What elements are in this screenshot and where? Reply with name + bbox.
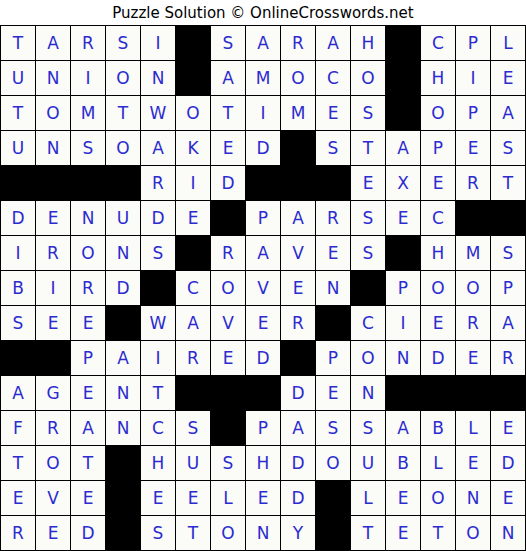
letter-cell: O [211,516,245,550]
letter-cell: P [316,341,350,375]
letter-cell: S [351,411,385,445]
letter-cell: I [71,61,105,95]
letter-cell: D [106,271,140,305]
letter-cell: E [386,481,420,515]
letter-cell: R [316,201,350,235]
letter-cell: W [141,96,175,130]
letter-cell: T [491,166,525,200]
letter-cell: R [1,516,35,550]
letter-cell: H [351,26,385,60]
letter-cell: D [491,446,525,480]
letter-cell: N [246,516,280,550]
block-cell [211,201,245,235]
letter-cell: E [71,376,105,410]
letter-cell: E [386,516,420,550]
letter-cell: E [71,306,105,340]
letter-cell: N [386,341,420,375]
block-cell [386,236,420,270]
letter-cell: V [246,271,280,305]
letter-cell: C [176,271,210,305]
letter-cell: U [106,201,140,235]
letter-cell: A [246,236,280,270]
block-cell [36,341,70,375]
letter-cell: K [176,131,210,165]
letter-cell: A [1,376,35,410]
letter-cell: R [211,236,245,270]
letter-cell: A [141,131,175,165]
letter-cell: T [141,376,175,410]
letter-cell: D [1,201,35,235]
letter-cell: O [281,61,315,95]
letter-cell: L [421,446,455,480]
letter-cell: O [351,61,385,95]
letter-cell: N [106,236,140,270]
header: Puzzle Solution © OnlineCrosswords.net [0,0,526,25]
letter-cell: S [176,411,210,445]
letter-cell: T [1,446,35,480]
letter-cell: M [71,96,105,130]
puzzle-solution-page: Puzzle Solution © OnlineCrosswords.net T… [0,0,526,551]
block-cell [386,26,420,60]
letter-cell: I [141,341,175,375]
letter-cell: H [421,61,455,95]
letter-cell: R [456,306,490,340]
letter-cell: O [106,61,140,95]
block-cell [351,271,385,305]
letter-cell: A [71,411,105,445]
letter-cell: E [421,166,455,200]
letter-cell: O [316,446,350,480]
letter-cell: U [1,131,35,165]
letter-cell: O [421,96,455,130]
block-cell [386,376,420,410]
block-cell [141,271,175,305]
letter-cell: H [141,446,175,480]
crossword-grid: TARSISARAHCPLUNIONAMOCOHIETOMTWOTIMESOPA… [0,25,526,551]
block-cell [1,166,35,200]
block-cell [386,96,420,130]
letter-cell: E [36,306,70,340]
letter-cell: O [421,481,455,515]
letter-cell: L [456,411,490,445]
letter-cell: E [386,201,420,235]
block-cell [36,166,70,200]
letter-cell: V [36,481,70,515]
block-cell [316,516,350,550]
letter-cell: M [246,61,280,95]
letter-cell: D [211,166,245,200]
letter-cell: D [141,201,175,235]
letter-cell: O [211,271,245,305]
letter-cell: M [281,96,315,130]
letter-cell: E [211,131,245,165]
letter-cell: A [176,306,210,340]
letter-cell: P [456,96,490,130]
letter-cell: T [351,131,385,165]
block-cell [456,376,490,410]
block-cell [106,481,140,515]
letter-cell: U [351,446,385,480]
letter-cell: P [491,271,525,305]
letter-cell: D [246,341,280,375]
letter-cell: E [211,341,245,375]
letter-cell: X [386,166,420,200]
letter-cell: E [71,481,105,515]
letter-cell: E [491,61,525,95]
letter-cell: O [456,271,490,305]
letter-cell: E [246,306,280,340]
letter-cell: D [281,376,315,410]
letter-cell: V [281,236,315,270]
letter-cell: U [176,446,210,480]
letter-cell: N [491,516,525,550]
letter-cell: O [421,271,455,305]
block-cell [316,166,350,200]
block-cell [316,306,350,340]
letter-cell: E [281,271,315,305]
letter-cell: A [386,411,420,445]
letter-cell: D [246,131,280,165]
letter-cell: R [281,306,315,340]
letter-cell: O [36,446,70,480]
letter-cell: P [71,341,105,375]
block-cell [106,446,140,480]
letter-cell: V [211,306,245,340]
block-cell [176,26,210,60]
letter-cell: M [456,236,490,270]
letter-cell: A [281,411,315,445]
letter-cell: C [421,26,455,60]
letter-cell: E [491,481,525,515]
block-cell [1,341,35,375]
block-cell [281,131,315,165]
letter-cell: R [176,341,210,375]
letter-cell: I [176,166,210,200]
letter-cell: F [1,411,35,445]
letter-cell: P [456,26,490,60]
letter-cell: G [36,376,70,410]
letter-cell: E [36,201,70,235]
letter-cell: P [421,131,455,165]
letter-cell: N [456,481,490,515]
letter-cell: T [1,26,35,60]
letter-cell: S [491,236,525,270]
letter-cell: S [141,516,175,550]
letter-cell: U [1,61,35,95]
letter-cell: A [316,26,350,60]
letter-cell: I [456,61,490,95]
letter-cell: S [491,131,525,165]
letter-cell: S [106,26,140,60]
block-cell [281,341,315,375]
letter-cell: I [141,26,175,60]
letter-cell: T [351,516,385,550]
letter-cell: R [36,236,70,270]
letter-cell: N [316,271,350,305]
letter-cell: E [176,481,210,515]
letter-cell: I [386,306,420,340]
letter-cell: S [316,131,350,165]
letter-cell: I [36,271,70,305]
letter-cell: O [456,516,490,550]
letter-cell: E [36,516,70,550]
letter-cell: E [316,376,350,410]
letter-cell: B [386,446,420,480]
letter-cell: T [106,96,140,130]
letter-cell: H [421,236,455,270]
letter-cell: A [106,341,140,375]
letter-cell: R [456,166,490,200]
letter-cell: P [246,201,280,235]
block-cell [281,166,315,200]
block-cell [246,166,280,200]
letter-cell: N [141,61,175,95]
block-cell [421,376,455,410]
letter-cell: S [351,236,385,270]
letter-cell: I [246,96,280,130]
letter-cell: A [491,306,525,340]
letter-cell: S [316,411,350,445]
letter-cell: P [386,271,420,305]
letter-cell: E [456,446,490,480]
block-cell [176,236,210,270]
block-cell [456,201,490,235]
letter-cell: N [36,131,70,165]
letter-cell: O [351,341,385,375]
letter-cell: E [456,341,490,375]
letter-cell: R [71,26,105,60]
letter-cell: R [141,166,175,200]
letter-cell: E [456,131,490,165]
letter-cell: C [421,201,455,235]
block-cell [246,376,280,410]
letter-cell: R [281,26,315,60]
block-cell [491,201,525,235]
letter-cell: I [1,236,35,270]
letter-cell: C [316,61,350,95]
block-cell [106,516,140,550]
letter-cell: N [351,376,385,410]
letter-cell: T [71,446,105,480]
block-cell [106,306,140,340]
letter-cell: A [246,26,280,60]
letter-cell: S [351,201,385,235]
letter-cell: E [316,236,350,270]
page-title: Puzzle Solution © OnlineCrosswords.net [112,4,413,22]
letter-cell: A [281,201,315,235]
letter-cell: O [71,236,105,270]
letter-cell: O [36,96,70,130]
letter-cell: O [106,131,140,165]
letter-cell: A [386,131,420,165]
letter-cell: H [246,446,280,480]
letter-cell: D [281,481,315,515]
block-cell [316,481,350,515]
letter-cell: E [316,96,350,130]
block-cell [176,376,210,410]
letter-cell: E [246,481,280,515]
letter-cell: Y [281,516,315,550]
letter-cell: L [491,26,525,60]
letter-cell: N [36,61,70,95]
letter-cell: O [176,96,210,130]
letter-cell: S [141,236,175,270]
letter-cell: W [141,306,175,340]
letter-cell: D [281,446,315,480]
letter-cell: A [36,26,70,60]
block-cell [106,166,140,200]
letter-cell: E [1,481,35,515]
letter-cell: S [211,26,245,60]
block-cell [491,376,525,410]
letter-cell: E [421,306,455,340]
letter-cell: L [211,481,245,515]
letter-cell: T [421,516,455,550]
letter-cell: N [106,376,140,410]
letter-cell: C [141,411,175,445]
letter-cell: S [71,131,105,165]
letter-cell: D [71,516,105,550]
block-cell [386,61,420,95]
letter-cell: P [246,411,280,445]
letter-cell: T [211,96,245,130]
letter-cell: L [351,481,385,515]
letter-cell: S [211,446,245,480]
block-cell [211,411,245,445]
letter-cell: R [491,341,525,375]
letter-cell: E [176,201,210,235]
letter-cell: B [1,271,35,305]
letter-cell: E [351,166,385,200]
block-cell [71,166,105,200]
letter-cell: N [106,411,140,445]
letter-cell: A [491,96,525,130]
letter-cell: T [176,516,210,550]
letter-cell: B [421,411,455,445]
block-cell [176,61,210,95]
block-cell [211,376,245,410]
letter-cell: S [351,96,385,130]
letter-cell: R [36,411,70,445]
letter-cell: A [211,61,245,95]
letter-cell: E [491,411,525,445]
letter-cell: R [71,271,105,305]
letter-cell: S [1,306,35,340]
letter-cell: T [1,96,35,130]
letter-cell: N [71,201,105,235]
letter-cell: E [141,481,175,515]
letter-cell: D [421,341,455,375]
letter-cell: C [351,306,385,340]
